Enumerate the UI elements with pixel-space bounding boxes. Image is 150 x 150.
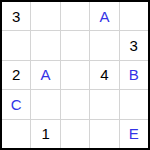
cell-r2c3[interactable]	[61, 31, 89, 59]
cell-r5c4[interactable]	[90, 120, 118, 148]
cell-r1c5[interactable]	[120, 2, 148, 30]
cell-r5c1[interactable]	[2, 120, 30, 148]
entry-letter: E	[129, 126, 139, 141]
given-number: 3	[12, 9, 20, 24]
cell-r4c2[interactable]	[31, 90, 59, 118]
cell-r4c4[interactable]	[90, 90, 118, 118]
cell-r1c2[interactable]	[31, 2, 59, 30]
cell-r1c1[interactable]: 3	[2, 2, 30, 30]
cell-r5c2[interactable]: 1	[31, 120, 59, 148]
entry-letter: A	[99, 9, 109, 24]
cell-r3c3[interactable]	[61, 61, 89, 89]
cell-r4c1[interactable]: C	[2, 90, 30, 118]
cell-r1c3[interactable]	[61, 2, 89, 30]
puzzle-board: 3A32A4BC1E	[0, 0, 150, 150]
entry-letter: B	[129, 67, 139, 82]
cell-r2c2[interactable]	[31, 31, 59, 59]
cell-r2c5[interactable]: 3	[120, 31, 148, 59]
cell-r4c3[interactable]	[61, 90, 89, 118]
cell-r1c4[interactable]: A	[90, 2, 118, 30]
cell-r2c1[interactable]	[2, 31, 30, 59]
cell-r3c5[interactable]: B	[120, 61, 148, 89]
cell-r3c1[interactable]: 2	[2, 61, 30, 89]
cell-r3c4[interactable]: 4	[90, 61, 118, 89]
cell-r3c2[interactable]: A	[31, 61, 59, 89]
cell-r4c5[interactable]	[120, 90, 148, 118]
entry-letter: C	[11, 97, 22, 112]
cell-r5c3[interactable]	[61, 120, 89, 148]
given-number: 2	[12, 67, 20, 82]
given-number: 3	[130, 38, 138, 53]
cell-r5c5[interactable]: E	[120, 120, 148, 148]
entry-letter: A	[41, 67, 51, 82]
given-number: 4	[100, 67, 108, 82]
given-number: 1	[41, 126, 49, 141]
cell-r2c4[interactable]	[90, 31, 118, 59]
